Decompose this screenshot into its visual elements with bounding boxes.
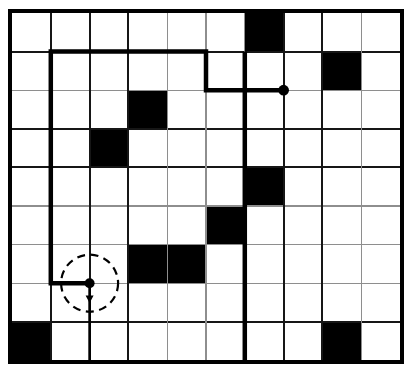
grid-cell[interactable] <box>284 13 323 52</box>
grid-cell[interactable] <box>51 167 90 206</box>
grid-cell[interactable] <box>245 129 284 168</box>
grid-cell[interactable] <box>361 90 400 129</box>
grid-cell[interactable] <box>206 167 245 206</box>
grid-cell[interactable] <box>245 245 284 284</box>
grid-cell[interactable] <box>90 167 129 206</box>
grid-cell[interactable] <box>12 167 51 206</box>
grid-cell[interactable] <box>12 283 51 322</box>
grid-cell[interactable] <box>167 322 206 361</box>
blocked-cell[interactable] <box>322 52 361 91</box>
grid-cell[interactable] <box>322 206 361 245</box>
grid-cell[interactable] <box>206 90 245 129</box>
blocked-cell[interactable] <box>167 245 206 284</box>
grid-line-vertical <box>167 13 168 360</box>
grid-cell[interactable] <box>245 283 284 322</box>
blocked-cell[interactable] <box>90 129 129 168</box>
grid-cell[interactable] <box>361 322 400 361</box>
grid-line-vertical <box>283 13 285 360</box>
grid-cell[interactable] <box>90 13 129 52</box>
grid-cell[interactable] <box>284 245 323 284</box>
grid-cell[interactable] <box>51 13 90 52</box>
grid-cell[interactable] <box>128 13 167 52</box>
grid-cell[interactable] <box>206 245 245 284</box>
grid-cell[interactable] <box>284 283 323 322</box>
grid-cell[interactable] <box>322 245 361 284</box>
grid-cell[interactable] <box>128 167 167 206</box>
grid-cell[interactable] <box>167 13 206 52</box>
blocked-cell[interactable] <box>245 167 284 206</box>
grid-cell[interactable] <box>206 13 245 52</box>
grid-line-vertical <box>89 13 91 360</box>
puzzle-screen <box>0 0 413 375</box>
grid-cell[interactable] <box>12 52 51 91</box>
maze-board[interactable] <box>8 9 404 364</box>
grid-cell[interactable] <box>90 90 129 129</box>
grid-cell[interactable] <box>167 90 206 129</box>
grid-cell[interactable] <box>322 13 361 52</box>
grid-cell[interactable] <box>128 52 167 91</box>
grid-cell[interactable] <box>284 129 323 168</box>
grid-cell[interactable] <box>284 322 323 361</box>
grid-cell[interactable] <box>51 206 90 245</box>
grid-cell[interactable] <box>167 52 206 91</box>
grid-cell[interactable] <box>361 245 400 284</box>
grid-line-vertical <box>205 13 206 360</box>
grid-cell[interactable] <box>12 13 51 52</box>
grid-cell[interactable] <box>361 167 400 206</box>
grid-cell[interactable] <box>12 206 51 245</box>
grid-cell[interactable] <box>206 52 245 91</box>
grid-cell[interactable] <box>51 90 90 129</box>
grid-cell[interactable] <box>51 283 90 322</box>
grid-cell[interactable] <box>51 245 90 284</box>
grid-cell[interactable] <box>128 129 167 168</box>
blocked-cell[interactable] <box>245 13 284 52</box>
grid-cell[interactable] <box>206 129 245 168</box>
grid-cell[interactable] <box>322 283 361 322</box>
grid-cell[interactable] <box>361 283 400 322</box>
grid-cell[interactable] <box>167 167 206 206</box>
grid-line-vertical <box>321 13 323 360</box>
grid-cell[interactable] <box>206 283 245 322</box>
grid-cell[interactable] <box>90 245 129 284</box>
grid-cell[interactable] <box>284 167 323 206</box>
grid-cell[interactable] <box>322 129 361 168</box>
grid-cell[interactable] <box>245 322 284 361</box>
grid-line-vertical <box>244 13 245 360</box>
grid-cell[interactable] <box>51 129 90 168</box>
grid-cell[interactable] <box>284 52 323 91</box>
grid-cell[interactable] <box>90 322 129 361</box>
grid-cell[interactable] <box>90 283 129 322</box>
grid-cell[interactable] <box>51 322 90 361</box>
grid-cell[interactable] <box>322 90 361 129</box>
blocked-cell[interactable] <box>128 90 167 129</box>
grid-cell[interactable] <box>284 90 323 129</box>
grid-line-vertical <box>361 13 362 360</box>
grid-cell[interactable] <box>245 52 284 91</box>
grid-cell[interactable] <box>12 245 51 284</box>
grid-cell[interactable] <box>322 167 361 206</box>
grid-cell[interactable] <box>167 206 206 245</box>
grid-cell[interactable] <box>361 129 400 168</box>
grid-cell[interactable] <box>361 206 400 245</box>
grid-cell[interactable] <box>167 283 206 322</box>
grid-line-vertical <box>50 13 52 360</box>
grid-cell[interactable] <box>90 206 129 245</box>
blocked-cell[interactable] <box>12 322 51 361</box>
grid-cell[interactable] <box>51 52 90 91</box>
grid-cell[interactable] <box>245 90 284 129</box>
grid-cell[interactable] <box>12 129 51 168</box>
grid-cell[interactable] <box>167 129 206 168</box>
grid-cell[interactable] <box>128 206 167 245</box>
grid-cell[interactable] <box>128 283 167 322</box>
grid-cell[interactable] <box>12 90 51 129</box>
grid-cell[interactable] <box>206 322 245 361</box>
grid-cell[interactable] <box>90 52 129 91</box>
blocked-cell[interactable] <box>206 206 245 245</box>
grid-cell[interactable] <box>128 322 167 361</box>
blocked-cell[interactable] <box>128 245 167 284</box>
blocked-cell[interactable] <box>322 322 361 361</box>
grid-cell[interactable] <box>245 206 284 245</box>
grid-line-vertical <box>127 13 129 360</box>
grid-cell[interactable] <box>361 52 400 91</box>
grid-cell[interactable] <box>361 13 400 52</box>
grid-cell[interactable] <box>284 206 323 245</box>
